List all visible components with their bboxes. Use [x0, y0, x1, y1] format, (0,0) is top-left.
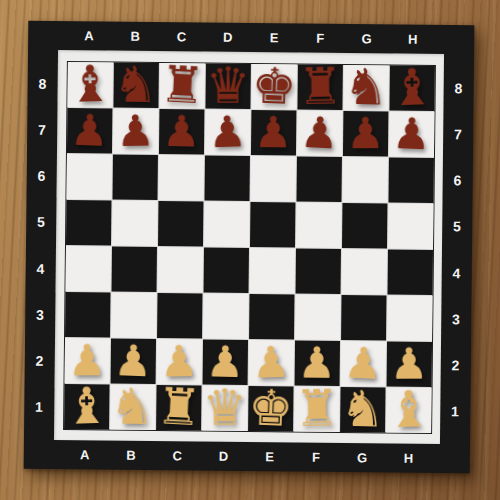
- file-label-E: E: [247, 442, 294, 471]
- piece-dark-pawn[interactable]: ♟: [207, 109, 247, 155]
- rank-label-4: 4: [26, 245, 56, 291]
- rank-label-2: 2: [441, 342, 471, 388]
- square-a5[interactable]: [66, 200, 111, 245]
- piece-light-bishop[interactable]: ♝: [63, 384, 109, 430]
- square-e1[interactable]: ♚: [248, 386, 293, 431]
- rank-label-6: 6: [442, 157, 472, 203]
- square-e3[interactable]: [249, 294, 294, 339]
- square-d5[interactable]: [204, 202, 249, 247]
- rank-label-7: 7: [27, 107, 57, 153]
- square-f8[interactable]: ♜: [297, 64, 342, 109]
- piece-dark-king[interactable]: ♚: [250, 63, 297, 110]
- square-h3[interactable]: [387, 295, 432, 340]
- square-f6[interactable]: [296, 156, 341, 201]
- square-f5[interactable]: [295, 202, 340, 247]
- rank-label-8: 8: [27, 61, 57, 107]
- piece-dark-knight[interactable]: ♞: [113, 63, 158, 108]
- square-g8[interactable]: ♞: [343, 65, 388, 110]
- piece-dark-pawn[interactable]: ♟: [69, 108, 109, 154]
- board-grid: ♝♞♜♛♚♜♞♝♟♟♟♟♟♟♟♟♟♟♟♟♟♟♟♟♝♞♜♛♚♜♞♝: [63, 61, 436, 434]
- rank-label-1: 1: [24, 384, 54, 430]
- rank-label-8: 8: [443, 65, 473, 111]
- file-label-H: H: [385, 443, 432, 472]
- file-label-F: F: [293, 442, 340, 471]
- file-label-B: B: [112, 22, 159, 51]
- square-e4[interactable]: [249, 248, 294, 293]
- rank-label-3: 3: [441, 296, 471, 342]
- piece-light-queen[interactable]: ♛: [202, 386, 247, 431]
- rank-label-5: 5: [442, 203, 472, 249]
- square-h7[interactable]: ♟: [388, 111, 433, 156]
- file-label-C: C: [154, 441, 201, 470]
- square-a1[interactable]: ♝: [64, 384, 109, 429]
- file-label-F: F: [297, 23, 344, 52]
- file-label-G: G: [339, 443, 386, 472]
- square-a6[interactable]: [66, 154, 111, 199]
- playfield: ♝♞♜♛♚♜♞♝♟♟♟♟♟♟♟♟♟♟♟♟♟♟♟♟♝♞♜♛♚♜♞♝: [54, 50, 444, 444]
- square-g3[interactable]: [341, 295, 386, 340]
- square-f1[interactable]: ♜: [294, 386, 339, 431]
- square-h5[interactable]: [387, 203, 432, 248]
- rank-label-1: 1: [440, 388, 470, 434]
- rank-label-7: 7: [443, 111, 473, 157]
- square-c4[interactable]: [157, 247, 202, 292]
- piece-dark-queen[interactable]: ♛: [205, 64, 250, 109]
- square-g5[interactable]: [341, 203, 386, 248]
- piece-dark-bishop[interactable]: ♝: [67, 62, 113, 108]
- file-labels-bottom: ABCDEFGH: [62, 440, 432, 473]
- square-a8[interactable]: ♝: [67, 62, 112, 107]
- square-g1[interactable]: ♞: [340, 387, 385, 432]
- rank-label-6: 6: [26, 153, 56, 199]
- piece-dark-pawn[interactable]: ♟: [161, 109, 201, 155]
- square-c6[interactable]: [158, 155, 203, 200]
- square-e6[interactable]: [250, 156, 295, 201]
- square-a4[interactable]: [65, 246, 110, 291]
- file-label-A: A: [62, 440, 109, 469]
- square-b7[interactable]: ♟: [112, 109, 157, 154]
- file-label-H: H: [390, 24, 437, 53]
- rank-labels-left: 87654321: [24, 61, 58, 430]
- square-b3[interactable]: [111, 293, 156, 338]
- square-c7[interactable]: ♟: [158, 109, 203, 154]
- file-labels-top: ABCDEFGH: [66, 21, 436, 54]
- square-a7[interactable]: ♟: [66, 108, 111, 153]
- file-label-A: A: [66, 21, 113, 50]
- piece-dark-pawn[interactable]: ♟: [391, 111, 431, 157]
- piece-light-king[interactable]: ♚: [247, 385, 294, 432]
- piece-dark-pawn[interactable]: ♟: [254, 110, 293, 155]
- square-g4[interactable]: [341, 249, 386, 294]
- wooden-background: ABCDEFGH ABCDEFGH 87654321 87654321 ♝♞♜♛…: [0, 0, 500, 500]
- file-label-D: D: [200, 442, 247, 471]
- square-f3[interactable]: [295, 294, 340, 339]
- square-b6[interactable]: [112, 155, 157, 200]
- piece-light-bishop[interactable]: ♝: [385, 387, 431, 433]
- file-label-B: B: [108, 441, 155, 470]
- square-e7[interactable]: ♟: [250, 110, 295, 155]
- square-c5[interactable]: [158, 201, 203, 246]
- piece-dark-knight[interactable]: ♞: [343, 65, 389, 111]
- square-d7[interactable]: ♟: [204, 110, 249, 155]
- rank-label-3: 3: [25, 291, 55, 337]
- piece-dark-pawn[interactable]: ♟: [346, 111, 385, 156]
- rank-label-4: 4: [442, 250, 472, 296]
- rank-labels-right: 87654321: [440, 65, 474, 434]
- square-h1[interactable]: ♝: [386, 387, 431, 432]
- square-h6[interactable]: [388, 157, 433, 202]
- square-b8[interactable]: ♞: [113, 63, 158, 108]
- file-label-G: G: [344, 24, 391, 53]
- square-d1[interactable]: ♛: [202, 386, 247, 431]
- piece-light-knight[interactable]: ♞: [339, 387, 385, 433]
- square-c1[interactable]: ♜: [156, 385, 201, 430]
- piece-dark-pawn[interactable]: ♟: [116, 108, 155, 154]
- square-c3[interactable]: [157, 293, 202, 338]
- file-label-C: C: [159, 22, 206, 51]
- square-f7[interactable]: ♟: [296, 110, 341, 155]
- square-c8[interactable]: ♜: [159, 63, 204, 108]
- rank-label-5: 5: [26, 199, 56, 245]
- piece-light-knight[interactable]: ♞: [110, 385, 155, 430]
- piece-light-rook[interactable]: ♜: [293, 386, 339, 432]
- square-d8[interactable]: ♛: [205, 64, 250, 109]
- square-a3[interactable]: [65, 292, 110, 337]
- file-label-D: D: [205, 23, 252, 52]
- square-d4[interactable]: [203, 248, 248, 293]
- piece-light-rook[interactable]: ♜: [155, 384, 202, 431]
- square-g7[interactable]: ♟: [342, 111, 387, 156]
- square-e8[interactable]: ♚: [251, 64, 296, 109]
- rank-label-2: 2: [25, 337, 55, 383]
- square-b4[interactable]: [111, 247, 156, 292]
- square-g6[interactable]: [342, 157, 387, 202]
- piece-dark-rook[interactable]: ♜: [158, 62, 205, 109]
- piece-dark-bishop[interactable]: ♝: [389, 65, 435, 111]
- piece-dark-rook[interactable]: ♜: [297, 64, 343, 110]
- square-e5[interactable]: [249, 202, 294, 247]
- square-f4[interactable]: [295, 248, 340, 293]
- square-d6[interactable]: [204, 156, 249, 201]
- square-b1[interactable]: ♞: [110, 385, 155, 430]
- file-label-E: E: [251, 23, 298, 52]
- square-d3[interactable]: [203, 294, 248, 339]
- square-b5[interactable]: [112, 201, 157, 246]
- chess-board: ABCDEFGH ABCDEFGH 87654321 87654321 ♝♞♜♛…: [24, 21, 475, 474]
- piece-dark-pawn[interactable]: ♟: [299, 110, 340, 157]
- square-h4[interactable]: [387, 249, 432, 294]
- square-h8[interactable]: ♝: [389, 65, 434, 110]
